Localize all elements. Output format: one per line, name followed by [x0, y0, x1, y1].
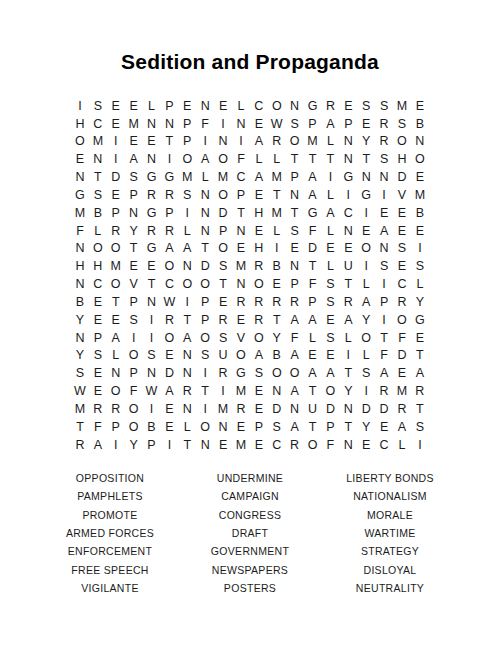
grid-cell[interactable]: O — [250, 329, 268, 347]
grid-cell[interactable]: M — [304, 133, 322, 151]
grid-cell[interactable]: T — [411, 347, 429, 365]
grid-cell[interactable]: S — [286, 222, 304, 240]
grid-cell[interactable]: G — [357, 186, 375, 204]
grid-cell[interactable]: B — [411, 204, 429, 222]
grid-cell[interactable]: G — [143, 204, 161, 222]
grid-cell[interactable]: I — [321, 168, 339, 186]
grid-cell[interactable]: O — [125, 347, 143, 365]
grid-cell[interactable]: R — [178, 383, 196, 401]
grid-cell[interactable]: T — [411, 400, 429, 418]
grid-cell[interactable]: O — [411, 151, 429, 169]
grid-cell[interactable]: R — [411, 383, 429, 401]
grid-cell[interactable]: C — [89, 275, 107, 293]
grid-cell[interactable]: I — [178, 293, 196, 311]
grid-cell[interactable]: P — [107, 418, 125, 436]
grid-cell[interactable]: N — [339, 133, 357, 151]
grid-cell[interactable]: O — [178, 275, 196, 293]
grid-cell[interactable]: E — [143, 258, 161, 276]
grid-cell[interactable]: C — [393, 275, 411, 293]
grid-cell[interactable]: E — [71, 151, 89, 169]
grid-cell[interactable]: O — [250, 275, 268, 293]
grid-cell[interactable]: D — [393, 347, 411, 365]
grid-cell[interactable]: T — [89, 168, 107, 186]
grid-cell[interactable]: M — [71, 204, 89, 222]
grid-cell[interactable]: I — [411, 240, 429, 258]
grid-cell[interactable]: E — [393, 258, 411, 276]
grid-cell[interactable]: T — [304, 418, 322, 436]
grid-cell[interactable]: O — [196, 418, 214, 436]
grid-cell[interactable]: F — [321, 436, 339, 454]
grid-cell[interactable]: T — [125, 240, 143, 258]
grid-cell[interactable]: R — [268, 293, 286, 311]
grid-cell[interactable]: S — [268, 418, 286, 436]
grid-cell[interactable]: E — [375, 204, 393, 222]
grid-cell[interactable]: L — [357, 347, 375, 365]
grid-cell[interactable]: E — [160, 418, 178, 436]
grid-cell[interactable]: E — [250, 115, 268, 133]
grid-cell[interactable]: G — [143, 168, 161, 186]
grid-cell[interactable]: N — [214, 133, 232, 151]
grid-cell[interactable]: E — [321, 347, 339, 365]
grid-cell[interactable]: O — [89, 240, 107, 258]
grid-cell[interactable]: E — [89, 293, 107, 311]
grid-cell[interactable]: O — [321, 383, 339, 401]
grid-cell[interactable]: E — [143, 133, 161, 151]
grid-cell[interactable]: S — [393, 240, 411, 258]
grid-cell[interactable]: P — [160, 204, 178, 222]
grid-cell[interactable]: Y — [357, 418, 375, 436]
grid-cell[interactable]: I — [196, 400, 214, 418]
grid-cell[interactable]: E — [107, 311, 125, 329]
grid-cell[interactable]: E — [250, 186, 268, 204]
grid-cell[interactable]: N — [375, 240, 393, 258]
grid-cell[interactable]: I — [357, 383, 375, 401]
grid-cell[interactable]: S — [89, 347, 107, 365]
grid-cell[interactable]: L — [178, 418, 196, 436]
grid-cell[interactable]: L — [321, 222, 339, 240]
grid-cell[interactable]: N — [143, 115, 161, 133]
grid-cell[interactable]: A — [286, 418, 304, 436]
grid-cell[interactable]: B — [89, 204, 107, 222]
grid-cell[interactable]: E — [232, 311, 250, 329]
grid-cell[interactable]: N — [339, 400, 357, 418]
grid-cell[interactable]: E — [393, 204, 411, 222]
grid-cell[interactable]: R — [71, 436, 89, 454]
grid-cell[interactable]: N — [339, 222, 357, 240]
grid-cell[interactable]: L — [393, 436, 411, 454]
grid-cell[interactable]: M — [393, 97, 411, 115]
grid-cell[interactable]: D — [160, 365, 178, 383]
grid-cell[interactable]: O — [178, 151, 196, 169]
grid-cell[interactable]: E — [214, 97, 232, 115]
grid-cell[interactable]: T — [339, 365, 357, 383]
grid-cell[interactable]: A — [160, 240, 178, 258]
grid-cell[interactable]: I — [160, 436, 178, 454]
grid-cell[interactable]: S — [178, 186, 196, 204]
grid-cell[interactable]: C — [89, 115, 107, 133]
grid-cell[interactable]: C — [160, 275, 178, 293]
grid-cell[interactable]: F — [375, 347, 393, 365]
grid-cell[interactable]: E — [411, 222, 429, 240]
grid-cell[interactable]: E — [125, 97, 143, 115]
grid-cell[interactable]: S — [250, 365, 268, 383]
grid-cell[interactable]: M — [232, 258, 250, 276]
grid-cell[interactable]: L — [321, 186, 339, 204]
grid-cell[interactable]: A — [304, 168, 322, 186]
grid-cell[interactable]: R — [286, 293, 304, 311]
grid-cell[interactable]: E — [250, 436, 268, 454]
grid-cell[interactable]: H — [250, 240, 268, 258]
grid-cell[interactable]: F — [89, 418, 107, 436]
grid-cell[interactable]: B — [71, 293, 89, 311]
grid-cell[interactable]: O — [393, 311, 411, 329]
grid-cell[interactable]: L — [304, 329, 322, 347]
grid-cell[interactable]: E — [357, 222, 375, 240]
grid-cell[interactable]: G — [232, 365, 250, 383]
grid-cell[interactable]: R — [339, 293, 357, 311]
grid-cell[interactable]: E — [339, 240, 357, 258]
grid-cell[interactable]: H — [71, 258, 89, 276]
grid-cell[interactable]: N — [339, 151, 357, 169]
grid-cell[interactable]: Y — [268, 329, 286, 347]
grid-cell[interactable]: N — [196, 97, 214, 115]
grid-cell[interactable]: R — [250, 258, 268, 276]
grid-cell[interactable]: A — [375, 222, 393, 240]
grid-cell[interactable]: T — [268, 186, 286, 204]
grid-cell[interactable]: S — [375, 151, 393, 169]
grid-cell[interactable]: A — [304, 365, 322, 383]
grid-cell[interactable]: N — [268, 383, 286, 401]
grid-cell[interactable]: U — [214, 347, 232, 365]
grid-cell[interactable]: P — [143, 436, 161, 454]
grid-cell[interactable]: D — [196, 258, 214, 276]
grid-cell[interactable]: S — [196, 347, 214, 365]
grid-cell[interactable]: W — [71, 383, 89, 401]
grid-cell[interactable]: S — [393, 115, 411, 133]
grid-cell[interactable]: R — [286, 436, 304, 454]
grid-cell[interactable]: E — [250, 400, 268, 418]
grid-cell[interactable]: D — [268, 400, 286, 418]
grid-cell[interactable]: D — [304, 240, 322, 258]
grid-cell[interactable]: I — [339, 186, 357, 204]
grid-cell[interactable]: R — [250, 311, 268, 329]
grid-cell[interactable]: I — [107, 436, 125, 454]
grid-cell[interactable]: I — [107, 133, 125, 151]
grid-cell[interactable]: G — [339, 168, 357, 186]
grid-cell[interactable]: T — [375, 329, 393, 347]
grid-cell[interactable]: D — [375, 400, 393, 418]
grid-cell[interactable]: L — [196, 168, 214, 186]
grid-cell[interactable]: I — [107, 151, 125, 169]
grid-cell[interactable]: M — [268, 204, 286, 222]
grid-cell[interactable]: R — [143, 222, 161, 240]
grid-cell[interactable]: L — [268, 222, 286, 240]
grid-cell[interactable]: T — [232, 204, 250, 222]
grid-cell[interactable]: A — [250, 347, 268, 365]
grid-cell[interactable]: E — [250, 383, 268, 401]
grid-cell[interactable]: E — [178, 97, 196, 115]
grid-cell[interactable]: L — [232, 97, 250, 115]
grid-cell[interactable]: I — [196, 133, 214, 151]
grid-cell[interactable]: M — [125, 115, 143, 133]
grid-cell[interactable]: N — [286, 97, 304, 115]
grid-cell[interactable]: N — [89, 151, 107, 169]
grid-cell[interactable]: T — [286, 204, 304, 222]
grid-cell[interactable]: E — [214, 436, 232, 454]
grid-cell[interactable]: F — [125, 383, 143, 401]
grid-cell[interactable]: E — [250, 222, 268, 240]
grid-cell[interactable]: L — [268, 151, 286, 169]
grid-cell[interactable]: M — [232, 436, 250, 454]
grid-cell[interactable]: G — [411, 311, 429, 329]
grid-cell[interactable]: P — [125, 365, 143, 383]
grid-cell[interactable]: P — [125, 293, 143, 311]
grid-cell[interactable]: A — [107, 329, 125, 347]
grid-cell[interactable]: O — [393, 133, 411, 151]
grid-cell[interactable]: E — [339, 97, 357, 115]
grid-cell[interactable]: T — [304, 151, 322, 169]
grid-cell[interactable]: S — [125, 168, 143, 186]
grid-cell[interactable]: T — [160, 133, 178, 151]
grid-cell[interactable]: E — [107, 97, 125, 115]
grid-cell[interactable]: A — [304, 186, 322, 204]
grid-cell[interactable]: R — [232, 293, 250, 311]
grid-cell[interactable]: I — [196, 365, 214, 383]
grid-cell[interactable]: G — [160, 168, 178, 186]
grid-cell[interactable]: N — [71, 275, 89, 293]
grid-cell[interactable]: I — [375, 186, 393, 204]
grid-cell[interactable]: V — [125, 275, 143, 293]
grid-cell[interactable]: O — [357, 240, 375, 258]
grid-cell[interactable]: I — [125, 329, 143, 347]
grid-cell[interactable]: T — [357, 151, 375, 169]
grid-cell[interactable]: L — [321, 133, 339, 151]
grid-cell[interactable]: P — [196, 311, 214, 329]
grid-cell[interactable]: N — [178, 258, 196, 276]
grid-cell[interactable]: O — [214, 151, 232, 169]
grid-cell[interactable]: A — [321, 365, 339, 383]
grid-cell[interactable]: S — [321, 293, 339, 311]
grid-cell[interactable]: A — [393, 418, 411, 436]
grid-cell[interactable]: R — [160, 186, 178, 204]
grid-cell[interactable]: R — [160, 311, 178, 329]
grid-cell[interactable]: R — [393, 293, 411, 311]
grid-cell[interactable]: I — [375, 275, 393, 293]
grid-cell[interactable]: L — [339, 329, 357, 347]
grid-cell[interactable]: S — [143, 347, 161, 365]
grid-cell[interactable]: H — [71, 115, 89, 133]
grid-cell[interactable]: A — [250, 133, 268, 151]
grid-cell[interactable]: N — [143, 293, 161, 311]
grid-cell[interactable]: N — [178, 347, 196, 365]
grid-cell[interactable]: Y — [71, 311, 89, 329]
grid-cell[interactable]: T — [268, 311, 286, 329]
grid-cell[interactable]: O — [196, 329, 214, 347]
grid-cell[interactable]: N — [125, 204, 143, 222]
grid-cell[interactable]: N — [71, 240, 89, 258]
grid-cell[interactable]: E — [160, 400, 178, 418]
grid-cell[interactable]: A — [411, 365, 429, 383]
grid-cell[interactable]: E — [89, 383, 107, 401]
grid-cell[interactable]: N — [286, 258, 304, 276]
grid-cell[interactable]: O — [286, 365, 304, 383]
grid-cell[interactable]: T — [71, 418, 89, 436]
grid-cell[interactable]: S — [357, 365, 375, 383]
grid-cell[interactable]: P — [232, 186, 250, 204]
grid-cell[interactable]: Y — [411, 293, 429, 311]
grid-cell[interactable]: N — [178, 400, 196, 418]
grid-cell[interactable]: O — [107, 275, 125, 293]
grid-cell[interactable]: W — [160, 293, 178, 311]
grid-cell[interactable]: I — [143, 400, 161, 418]
grid-cell[interactable]: E — [107, 115, 125, 133]
grid-cell[interactable]: W — [143, 383, 161, 401]
grid-cell[interactable]: L — [321, 258, 339, 276]
grid-cell[interactable]: H — [250, 204, 268, 222]
grid-cell[interactable]: A — [286, 383, 304, 401]
grid-cell[interactable]: T — [304, 383, 322, 401]
grid-cell[interactable]: M — [71, 400, 89, 418]
grid-cell[interactable]: S — [125, 311, 143, 329]
grid-cell[interactable]: T — [286, 151, 304, 169]
grid-cell[interactable]: F — [304, 222, 322, 240]
grid-cell[interactable]: M — [89, 133, 107, 151]
grid-cell[interactable]: N — [143, 365, 161, 383]
grid-cell[interactable]: E — [393, 365, 411, 383]
grid-cell[interactable]: N — [196, 204, 214, 222]
grid-cell[interactable]: D — [321, 400, 339, 418]
grid-cell[interactable]: T — [339, 418, 357, 436]
grid-cell[interactable]: O — [232, 347, 250, 365]
grid-cell[interactable]: W — [268, 115, 286, 133]
grid-cell[interactable]: O — [196, 275, 214, 293]
grid-cell[interactable]: P — [286, 275, 304, 293]
grid-cell[interactable]: P — [339, 115, 357, 133]
grid-cell[interactable]: M — [214, 168, 232, 186]
grid-cell[interactable]: F — [304, 275, 322, 293]
grid-cell[interactable]: C — [250, 97, 268, 115]
grid-cell[interactable]: C — [268, 436, 286, 454]
grid-cell[interactable]: E — [232, 418, 250, 436]
grid-cell[interactable]: O — [286, 133, 304, 151]
grid-cell[interactable]: S — [89, 186, 107, 204]
grid-cell[interactable]: I — [214, 115, 232, 133]
grid-cell[interactable]: N — [286, 400, 304, 418]
grid-cell[interactable]: Y — [357, 133, 375, 151]
grid-cell[interactable]: P — [196, 293, 214, 311]
grid-cell[interactable]: M — [214, 400, 232, 418]
grid-cell[interactable]: N — [196, 222, 214, 240]
grid-cell[interactable]: G — [71, 186, 89, 204]
grid-cell[interactable]: N — [232, 275, 250, 293]
grid-cell[interactable]: R — [107, 222, 125, 240]
grid-cell[interactable]: A — [178, 240, 196, 258]
grid-cell[interactable]: G — [143, 240, 161, 258]
grid-cell[interactable]: D — [393, 168, 411, 186]
grid-cell[interactable]: M — [393, 383, 411, 401]
grid-cell[interactable]: H — [393, 151, 411, 169]
grid-cell[interactable]: P — [107, 204, 125, 222]
grid-cell[interactable]: B — [268, 347, 286, 365]
grid-cell[interactable]: G — [304, 204, 322, 222]
grid-cell[interactable]: I — [339, 347, 357, 365]
grid-cell[interactable]: P — [250, 418, 268, 436]
grid-cell[interactable]: R — [268, 133, 286, 151]
grid-cell[interactable]: R — [375, 383, 393, 401]
grid-cell[interactable]: P — [304, 293, 322, 311]
grid-cell[interactable]: T — [196, 383, 214, 401]
grid-cell[interactable]: E — [125, 133, 143, 151]
grid-cell[interactable]: A — [178, 329, 196, 347]
grid-cell[interactable]: N — [232, 115, 250, 133]
grid-cell[interactable]: C — [232, 168, 250, 186]
grid-cell[interactable]: A — [286, 347, 304, 365]
grid-cell[interactable]: E — [393, 222, 411, 240]
grid-cell[interactable]: I — [143, 329, 161, 347]
grid-cell[interactable]: O — [71, 133, 89, 151]
grid-cell[interactable]: P — [178, 133, 196, 151]
grid-cell[interactable]: P — [304, 115, 322, 133]
grid-cell[interactable]: R — [393, 400, 411, 418]
grid-cell[interactable]: A — [304, 311, 322, 329]
grid-cell[interactable]: C — [375, 436, 393, 454]
grid-cell[interactable]: M — [268, 168, 286, 186]
grid-cell[interactable]: P — [321, 418, 339, 436]
grid-cell[interactable]: B — [268, 258, 286, 276]
grid-cell[interactable]: O — [125, 400, 143, 418]
grid-cell[interactable]: R — [375, 115, 393, 133]
grid-cell[interactable]: F — [232, 151, 250, 169]
grid-cell[interactable]: O — [214, 240, 232, 258]
grid-cell[interactable]: T — [339, 275, 357, 293]
grid-cell[interactable]: N — [411, 133, 429, 151]
grid-cell[interactable]: N — [286, 186, 304, 204]
grid-cell[interactable]: E — [89, 311, 107, 329]
grid-cell[interactable]: T — [304, 258, 322, 276]
grid-cell[interactable]: I — [232, 133, 250, 151]
grid-cell[interactable]: S — [321, 275, 339, 293]
grid-cell[interactable]: S — [89, 97, 107, 115]
grid-cell[interactable]: O — [160, 258, 178, 276]
grid-cell[interactable]: P — [160, 97, 178, 115]
grid-cell[interactable]: V — [232, 329, 250, 347]
grid-cell[interactable]: E — [357, 115, 375, 133]
grid-cell[interactable]: E — [375, 418, 393, 436]
grid-cell[interactable]: A — [339, 311, 357, 329]
grid-cell[interactable]: I — [411, 436, 429, 454]
grid-cell[interactable]: Y — [339, 383, 357, 401]
grid-cell[interactable]: A — [375, 365, 393, 383]
grid-cell[interactable]: Y — [357, 311, 375, 329]
grid-cell[interactable]: N — [71, 168, 89, 186]
grid-cell[interactable]: F — [71, 222, 89, 240]
grid-cell[interactable]: L — [143, 97, 161, 115]
grid-cell[interactable]: L — [178, 222, 196, 240]
grid-cell[interactable]: I — [268, 240, 286, 258]
grid-cell[interactable]: E — [411, 97, 429, 115]
grid-cell[interactable]: E — [321, 311, 339, 329]
grid-cell[interactable]: Y — [125, 436, 143, 454]
grid-cell[interactable]: I — [143, 311, 161, 329]
grid-cell[interactable]: N — [160, 115, 178, 133]
grid-cell[interactable]: A — [286, 311, 304, 329]
grid-cell[interactable]: S — [321, 329, 339, 347]
grid-cell[interactable]: E — [321, 240, 339, 258]
grid-cell[interactable]: E — [268, 275, 286, 293]
grid-cell[interactable]: E — [125, 258, 143, 276]
grid-cell[interactable]: E — [107, 186, 125, 204]
grid-cell[interactable]: N — [143, 151, 161, 169]
